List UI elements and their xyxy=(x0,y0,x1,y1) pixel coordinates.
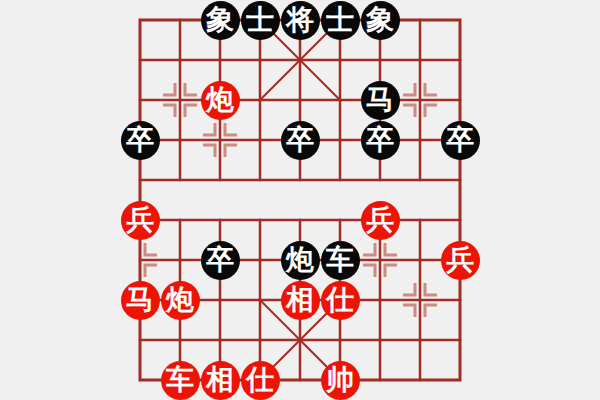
piece-red-chariot[interactable]: 车 xyxy=(161,361,200,400)
piece-black-soldier[interactable]: 卒 xyxy=(281,121,320,160)
board-point: 相 xyxy=(280,280,320,320)
board-point: 象 xyxy=(360,0,400,40)
board-point: 卒 xyxy=(360,120,400,160)
piece-black-advisor[interactable]: 士 xyxy=(241,1,280,40)
board-point: 卒 xyxy=(440,120,480,160)
piece-red-elephant[interactable]: 相 xyxy=(201,361,240,400)
piece-red-cannon[interactable]: 炮 xyxy=(161,281,200,320)
piece-black-horse[interactable]: 马 xyxy=(361,81,400,120)
piece-black-soldier[interactable]: 卒 xyxy=(441,121,480,160)
board-point: 兵 xyxy=(440,240,480,280)
piece-black-soldier[interactable]: 卒 xyxy=(121,121,160,160)
piece-black-advisor[interactable]: 士 xyxy=(321,1,360,40)
xiangqi-board: 象士将士象炮马卒卒卒卒兵兵卒炮车兵马炮相仕车相仕帅 xyxy=(0,0,600,400)
board-point: 象 xyxy=(200,0,240,40)
board-point: 马 xyxy=(120,280,160,320)
piece-red-soldier[interactable]: 兵 xyxy=(361,201,400,240)
board-point: 士 xyxy=(320,0,360,40)
board-point: 仕 xyxy=(320,280,360,320)
board-point: 卒 xyxy=(280,120,320,160)
piece-red-advisor[interactable]: 仕 xyxy=(321,281,360,320)
board-point: 卒 xyxy=(120,120,160,160)
board-point: 车 xyxy=(320,240,360,280)
piece-black-elephant[interactable]: 象 xyxy=(201,1,240,40)
board-intersections-grid: 象士将士象炮马卒卒卒卒兵兵卒炮车兵马炮相仕车相仕帅 xyxy=(120,0,480,400)
piece-black-chariot[interactable]: 车 xyxy=(321,241,360,280)
board-point: 马 xyxy=(360,80,400,120)
piece-red-soldier[interactable]: 兵 xyxy=(121,201,160,240)
piece-red-horse[interactable]: 马 xyxy=(121,281,160,320)
piece-black-soldier[interactable]: 卒 xyxy=(201,241,240,280)
board-point: 兵 xyxy=(120,200,160,240)
piece-red-general[interactable]: 帅 xyxy=(321,361,360,400)
piece-red-cannon[interactable]: 炮 xyxy=(201,81,240,120)
piece-red-elephant[interactable]: 相 xyxy=(281,281,320,320)
board-point: 将 xyxy=(280,0,320,40)
piece-red-advisor[interactable]: 仕 xyxy=(241,361,280,400)
board-point: 车 xyxy=(160,360,200,400)
piece-black-cannon[interactable]: 炮 xyxy=(281,241,320,280)
board-point: 炮 xyxy=(280,240,320,280)
piece-black-soldier[interactable]: 卒 xyxy=(361,121,400,160)
board-point: 仕 xyxy=(240,360,280,400)
board-point: 兵 xyxy=(360,200,400,240)
board-point: 卒 xyxy=(200,240,240,280)
piece-red-soldier[interactable]: 兵 xyxy=(441,241,480,280)
piece-black-elephant[interactable]: 象 xyxy=(361,1,400,40)
board-point: 炮 xyxy=(160,280,200,320)
board-point: 炮 xyxy=(200,80,240,120)
board-point: 帅 xyxy=(320,360,360,400)
board-point: 士 xyxy=(240,0,280,40)
board-point: 相 xyxy=(200,360,240,400)
piece-black-general[interactable]: 将 xyxy=(281,1,320,40)
